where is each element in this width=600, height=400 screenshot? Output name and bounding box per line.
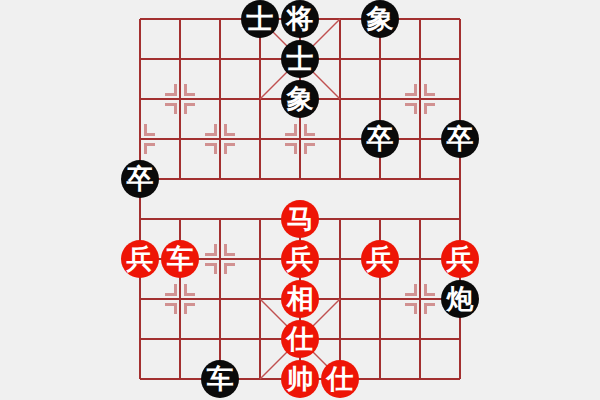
piece-red-chariot[interactable]: 车 <box>161 240 199 278</box>
piece-red-advisor[interactable]: 仕 <box>281 320 319 358</box>
piece-black-elephant[interactable]: 象 <box>361 0 399 38</box>
piece-black-advisor[interactable]: 士 <box>241 0 279 38</box>
piece-black-chariot[interactable]: 车 <box>201 360 239 398</box>
piece-red-soldier[interactable]: 兵 <box>121 240 159 278</box>
piece-red-elephant[interactable]: 相 <box>281 280 319 318</box>
piece-black-soldier[interactable]: 卒 <box>361 120 399 158</box>
xiangqi-board: 士将象士象卒卒卒炮车马兵车兵兵兵相仕帅仕 <box>0 0 600 400</box>
piece-black-advisor[interactable]: 士 <box>281 40 319 78</box>
piece-red-general[interactable]: 帅 <box>281 360 319 398</box>
piece-black-soldier[interactable]: 卒 <box>121 160 159 198</box>
piece-black-general[interactable]: 将 <box>281 0 319 38</box>
piece-red-advisor[interactable]: 仕 <box>321 360 359 398</box>
piece-red-horse[interactable]: 马 <box>281 200 319 238</box>
pieces-layer: 士将象士象卒卒卒炮车马兵车兵兵兵相仕帅仕 <box>0 0 600 400</box>
piece-red-soldier[interactable]: 兵 <box>441 240 479 278</box>
piece-red-soldier[interactable]: 兵 <box>361 240 399 278</box>
piece-black-soldier[interactable]: 卒 <box>441 120 479 158</box>
piece-red-soldier[interactable]: 兵 <box>281 240 319 278</box>
piece-black-elephant[interactable]: 象 <box>281 80 319 118</box>
piece-black-cannon[interactable]: 炮 <box>441 280 479 318</box>
